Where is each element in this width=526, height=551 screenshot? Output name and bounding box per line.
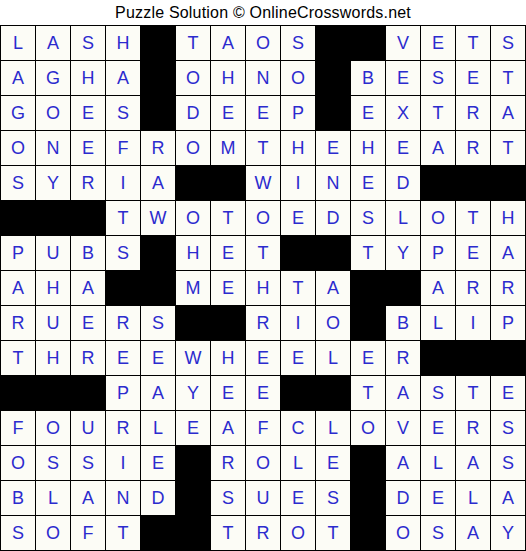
letter-cell: E xyxy=(176,411,211,446)
letter-cell: E xyxy=(316,131,351,166)
block-cell xyxy=(141,271,176,306)
letter-cell: D xyxy=(141,481,176,516)
letter-cell: E xyxy=(211,236,246,271)
letter-cell: E xyxy=(491,376,526,411)
block-cell xyxy=(456,166,491,201)
letter-cell: R xyxy=(491,271,526,306)
block-cell xyxy=(176,481,211,516)
letter-cell: S xyxy=(421,61,456,96)
letter-cell: V xyxy=(386,411,421,446)
letter-cell: D xyxy=(386,481,421,516)
letter-cell: E xyxy=(456,236,491,271)
block-cell xyxy=(316,96,351,131)
letter-cell: I xyxy=(281,166,316,201)
letter-cell: E xyxy=(141,341,176,376)
letter-cell: O xyxy=(176,131,211,166)
letter-cell: B xyxy=(1,481,36,516)
letter-cell: S xyxy=(106,236,141,271)
letter-cell: L xyxy=(316,341,351,376)
letter-cell: U xyxy=(36,236,71,271)
letter-cell: E xyxy=(456,61,491,96)
block-cell xyxy=(351,481,386,516)
letter-cell: L xyxy=(281,446,316,481)
block-cell xyxy=(386,271,421,306)
block-cell xyxy=(141,61,176,96)
letter-cell: F xyxy=(106,131,141,166)
letter-cell: H xyxy=(491,201,526,236)
letter-cell: S xyxy=(316,481,351,516)
block-cell xyxy=(71,376,106,411)
letter-cell: D xyxy=(386,166,421,201)
letter-cell: P xyxy=(491,306,526,341)
letter-cell: L xyxy=(36,481,71,516)
letter-cell: A xyxy=(211,26,246,61)
letter-cell: T xyxy=(491,131,526,166)
letter-cell: T xyxy=(316,516,351,551)
letter-cell: H xyxy=(211,341,246,376)
letter-cell: E xyxy=(386,61,421,96)
letter-cell: W xyxy=(176,341,211,376)
letter-cell: T xyxy=(456,201,491,236)
letter-cell: R xyxy=(456,131,491,166)
letter-cell: E xyxy=(421,411,456,446)
letter-cell: O xyxy=(36,96,71,131)
letter-cell: A xyxy=(71,481,106,516)
letter-cell: A xyxy=(141,166,176,201)
letter-cell: T xyxy=(176,26,211,61)
block-cell xyxy=(1,201,36,236)
block-cell xyxy=(141,26,176,61)
block-cell xyxy=(351,446,386,481)
letter-cell: F xyxy=(246,411,281,446)
letter-cell: R xyxy=(246,516,281,551)
letter-cell: E xyxy=(246,376,281,411)
letter-cell: A xyxy=(36,26,71,61)
letter-cell: Y xyxy=(491,516,526,551)
letter-cell: L xyxy=(421,306,456,341)
letter-cell: A xyxy=(106,61,141,96)
letter-cell: F xyxy=(1,411,36,446)
letter-cell: Y xyxy=(176,376,211,411)
block-cell xyxy=(176,306,211,341)
letter-cell: S xyxy=(1,516,36,551)
letter-cell: G xyxy=(36,61,71,96)
letter-cell: A xyxy=(456,516,491,551)
letter-cell: T xyxy=(281,271,316,306)
letter-cell: E xyxy=(421,26,456,61)
letter-cell: H xyxy=(71,61,106,96)
letter-cell: T xyxy=(351,236,386,271)
block-cell xyxy=(176,446,211,481)
letter-cell: T xyxy=(421,96,456,131)
block-cell xyxy=(491,341,526,376)
block-cell xyxy=(281,236,316,271)
letter-cell: I xyxy=(106,166,141,201)
letter-cell: O xyxy=(421,201,456,236)
letter-cell: O xyxy=(351,411,386,446)
letter-cell: S xyxy=(36,446,71,481)
letter-cell: G xyxy=(1,96,36,131)
letter-cell: T xyxy=(211,516,246,551)
letter-cell: Y xyxy=(386,236,421,271)
block-cell xyxy=(281,376,316,411)
letter-cell: D xyxy=(176,96,211,131)
letter-cell: O xyxy=(281,61,316,96)
letter-cell: L xyxy=(456,481,491,516)
letter-cell: H xyxy=(36,341,71,376)
letter-cell: W xyxy=(141,201,176,236)
block-cell xyxy=(71,201,106,236)
letter-cell: R xyxy=(456,96,491,131)
letter-cell: R xyxy=(211,446,246,481)
block-cell xyxy=(351,516,386,551)
letter-cell: H xyxy=(351,131,386,166)
block-cell xyxy=(141,236,176,271)
letter-cell: I xyxy=(456,306,491,341)
letter-cell: R xyxy=(456,271,491,306)
letter-cell: E xyxy=(281,201,316,236)
letter-cell: W xyxy=(246,166,281,201)
letter-cell: F xyxy=(71,516,106,551)
letter-cell: O xyxy=(246,201,281,236)
letter-cell: Y xyxy=(36,166,71,201)
letter-cell: E xyxy=(281,341,316,376)
letter-cell: S xyxy=(491,446,526,481)
letter-cell: E xyxy=(246,96,281,131)
letter-cell: C xyxy=(281,411,316,446)
crossword-grid: LASHTAOSVETSAGHAOHNOBESETGOESDEEPEXTRAON… xyxy=(0,25,526,551)
letter-cell: O xyxy=(36,411,71,446)
block-cell xyxy=(211,306,246,341)
letter-cell: O xyxy=(1,446,36,481)
letter-cell: D xyxy=(316,201,351,236)
letter-cell: O xyxy=(176,201,211,236)
letter-cell: E xyxy=(351,96,386,131)
letter-cell: P xyxy=(106,376,141,411)
letter-cell: A xyxy=(386,446,421,481)
letter-cell: A xyxy=(456,446,491,481)
letter-cell: B xyxy=(386,306,421,341)
letter-cell: P xyxy=(1,236,36,271)
letter-cell: H xyxy=(106,26,141,61)
letter-cell: T xyxy=(211,201,246,236)
letter-cell: T xyxy=(491,61,526,96)
letter-cell: E xyxy=(386,131,421,166)
letter-cell: B xyxy=(71,236,106,271)
block-cell xyxy=(316,26,351,61)
letter-cell: S xyxy=(71,26,106,61)
letter-cell: S xyxy=(421,376,456,411)
block-cell xyxy=(316,376,351,411)
letter-cell: E xyxy=(211,271,246,306)
letter-cell: S xyxy=(211,481,246,516)
page-title: Puzzle Solution © OnlineCrosswords.net xyxy=(0,0,526,25)
letter-cell: O xyxy=(36,516,71,551)
letter-cell: R xyxy=(386,341,421,376)
letter-cell: E xyxy=(71,131,106,166)
letter-cell: N xyxy=(106,481,141,516)
letter-cell: I xyxy=(106,446,141,481)
letter-cell: A xyxy=(421,131,456,166)
letter-cell: A xyxy=(211,411,246,446)
letter-cell: S xyxy=(491,26,526,61)
letter-cell: T xyxy=(456,376,491,411)
letter-cell: S xyxy=(421,516,456,551)
letter-cell: L xyxy=(421,446,456,481)
letter-cell: P xyxy=(281,96,316,131)
letter-cell: A xyxy=(71,271,106,306)
letter-cell: P xyxy=(421,236,456,271)
letter-cell: T xyxy=(351,376,386,411)
letter-cell: O xyxy=(246,26,281,61)
letter-cell: U xyxy=(36,306,71,341)
letter-cell: E xyxy=(246,341,281,376)
letter-cell: T xyxy=(1,341,36,376)
letter-cell: T xyxy=(106,201,141,236)
letter-cell: O xyxy=(386,516,421,551)
block-cell xyxy=(36,201,71,236)
letter-cell: N xyxy=(246,61,281,96)
letter-cell: A xyxy=(491,96,526,131)
block-cell xyxy=(176,166,211,201)
letter-cell: A xyxy=(141,376,176,411)
letter-cell: S xyxy=(71,446,106,481)
letter-cell: E xyxy=(351,341,386,376)
letter-cell: S xyxy=(106,96,141,131)
block-cell xyxy=(176,516,211,551)
letter-cell: N xyxy=(316,166,351,201)
block-cell xyxy=(421,341,456,376)
letter-cell: A xyxy=(1,271,36,306)
letter-cell: S xyxy=(281,26,316,61)
block-cell xyxy=(36,376,71,411)
letter-cell: S xyxy=(491,411,526,446)
letter-cell: R xyxy=(106,306,141,341)
letter-cell: H xyxy=(246,271,281,306)
block-cell xyxy=(106,271,141,306)
letter-cell: X xyxy=(386,96,421,131)
letter-cell: V xyxy=(386,26,421,61)
letter-cell: R xyxy=(71,166,106,201)
letter-cell: U xyxy=(71,411,106,446)
letter-cell: O xyxy=(1,131,36,166)
letter-cell: A xyxy=(1,61,36,96)
letter-cell: E xyxy=(351,166,386,201)
letter-cell: L xyxy=(141,411,176,446)
block-cell xyxy=(351,271,386,306)
letter-cell: A xyxy=(316,271,351,306)
letter-cell: R xyxy=(246,306,281,341)
letter-cell: A xyxy=(491,236,526,271)
letter-cell: H xyxy=(281,131,316,166)
letter-cell: O xyxy=(281,516,316,551)
letter-cell: S xyxy=(1,166,36,201)
letter-cell: N xyxy=(36,131,71,166)
letter-cell: O xyxy=(316,306,351,341)
letter-cell: E xyxy=(281,481,316,516)
letter-cell: I xyxy=(281,306,316,341)
letter-cell: R xyxy=(141,131,176,166)
letter-cell: T xyxy=(246,131,281,166)
letter-cell: R xyxy=(71,341,106,376)
block-cell xyxy=(351,306,386,341)
block-cell xyxy=(351,26,386,61)
letter-cell: E xyxy=(106,341,141,376)
letter-cell: A xyxy=(386,376,421,411)
block-cell xyxy=(316,61,351,96)
letter-cell: M xyxy=(176,271,211,306)
letter-cell: B xyxy=(351,61,386,96)
block-cell xyxy=(491,166,526,201)
letter-cell: U xyxy=(246,481,281,516)
letter-cell: M xyxy=(211,131,246,166)
block-cell xyxy=(456,341,491,376)
block-cell xyxy=(421,166,456,201)
letter-cell: H xyxy=(176,236,211,271)
letter-cell: R xyxy=(456,411,491,446)
letter-cell: E xyxy=(211,96,246,131)
letter-cell: S xyxy=(351,201,386,236)
letter-cell: L xyxy=(1,26,36,61)
letter-cell: A xyxy=(421,271,456,306)
letter-cell: R xyxy=(1,306,36,341)
letter-cell: E xyxy=(316,446,351,481)
letter-cell: H xyxy=(36,271,71,306)
letter-cell: O xyxy=(246,446,281,481)
letter-cell: A xyxy=(491,481,526,516)
letter-cell: L xyxy=(386,201,421,236)
block-cell xyxy=(316,236,351,271)
block-cell xyxy=(211,166,246,201)
letter-cell: E xyxy=(71,306,106,341)
letter-cell: H xyxy=(211,61,246,96)
letter-cell: T xyxy=(246,236,281,271)
letter-cell: E xyxy=(71,96,106,131)
letter-cell: E xyxy=(141,446,176,481)
letter-cell: T xyxy=(456,26,491,61)
block-cell xyxy=(141,96,176,131)
block-cell xyxy=(1,376,36,411)
letter-cell: R xyxy=(106,411,141,446)
letter-cell: L xyxy=(316,411,351,446)
letter-cell: S xyxy=(141,306,176,341)
letter-cell: E xyxy=(421,481,456,516)
letter-cell: T xyxy=(106,516,141,551)
block-cell xyxy=(141,516,176,551)
letter-cell: O xyxy=(176,61,211,96)
letter-cell: E xyxy=(211,376,246,411)
